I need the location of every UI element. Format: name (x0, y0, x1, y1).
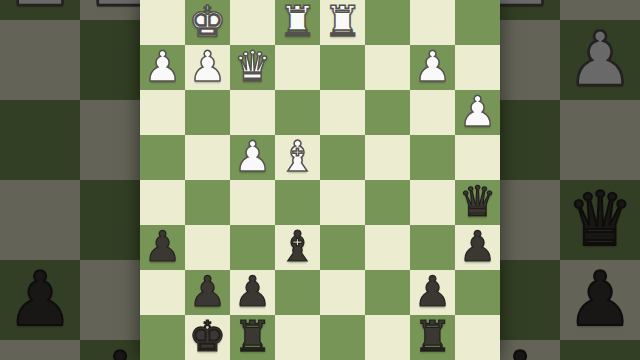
square-c7[interactable] (365, 270, 410, 315)
square-b5[interactable] (410, 180, 455, 225)
square-d3[interactable] (320, 90, 365, 135)
square-g4[interactable] (185, 135, 230, 180)
square-a2[interactable] (455, 45, 500, 90)
square-f3[interactable] (230, 90, 275, 135)
square-h4[interactable] (140, 135, 185, 180)
square-b7[interactable]: ♟ (410, 270, 455, 315)
bg-square-a5: ♛ (560, 180, 640, 260)
square-d8[interactable] (320, 315, 365, 360)
black-pawn-icon[interactable]: ♟ (414, 271, 452, 313)
square-e1[interactable]: ♜ (275, 0, 320, 45)
square-c1[interactable] (365, 0, 410, 45)
square-g7[interactable]: ♟ (185, 270, 230, 315)
square-g3[interactable] (185, 90, 230, 135)
chess-board: ♚♜♜♟♟♛♟♟♟♝♛♟♝♟♟♟♟♚♜♜ (140, 0, 500, 360)
white-pawn-icon[interactable]: ♟ (189, 46, 227, 88)
bg-square-h5 (0, 180, 80, 260)
square-g5[interactable] (185, 180, 230, 225)
square-c6[interactable] (365, 225, 410, 270)
square-e5[interactable] (275, 180, 320, 225)
square-a1[interactable] (455, 0, 500, 45)
square-h6[interactable]: ♟ (140, 225, 185, 270)
bg-white-pawn-icon: ♟ (6, 0, 73, 17)
white-bishop-icon[interactable]: ♝ (279, 136, 317, 178)
white-pawn-icon[interactable]: ♟ (144, 46, 182, 88)
square-g6[interactable] (185, 225, 230, 270)
square-h7[interactable] (140, 270, 185, 315)
bg-square-a7 (560, 340, 640, 360)
black-pawn-icon[interactable]: ♟ (234, 271, 272, 313)
square-h3[interactable] (140, 90, 185, 135)
square-d1[interactable]: ♜ (320, 0, 365, 45)
square-g1[interactable]: ♚ (185, 0, 230, 45)
black-pawn-icon[interactable]: ♟ (144, 226, 182, 268)
black-queen-icon[interactable]: ♛ (459, 181, 497, 223)
square-e4[interactable]: ♝ (275, 135, 320, 180)
bg-square-h2: ♟ (0, 0, 80, 20)
square-f2[interactable]: ♛ (230, 45, 275, 90)
square-c5[interactable] (365, 180, 410, 225)
square-f4[interactable]: ♟ (230, 135, 275, 180)
bg-square-a2 (560, 0, 640, 20)
square-a8[interactable] (455, 315, 500, 360)
white-king-icon[interactable]: ♚ (189, 1, 227, 43)
square-c8[interactable] (365, 315, 410, 360)
white-rook-icon[interactable]: ♜ (279, 1, 317, 43)
square-g8[interactable]: ♚ (185, 315, 230, 360)
square-h2[interactable]: ♟ (140, 45, 185, 90)
square-e8[interactable] (275, 315, 320, 360)
square-a6[interactable]: ♟ (455, 225, 500, 270)
square-b2[interactable]: ♟ (410, 45, 455, 90)
bg-square-h4 (0, 100, 80, 180)
bg-square-h3 (0, 20, 80, 100)
square-f5[interactable] (230, 180, 275, 225)
square-b8[interactable]: ♜ (410, 315, 455, 360)
square-c3[interactable] (365, 90, 410, 135)
square-c2[interactable] (365, 45, 410, 90)
white-pawn-icon[interactable]: ♟ (414, 46, 452, 88)
square-g2[interactable]: ♟ (185, 45, 230, 90)
square-d5[interactable] (320, 180, 365, 225)
square-f8[interactable]: ♜ (230, 315, 275, 360)
square-b1[interactable] (410, 0, 455, 45)
bg-square-a3: ♟ (560, 20, 640, 100)
square-h1[interactable] (140, 0, 185, 45)
bg-square-a4 (560, 100, 640, 180)
black-rook-icon[interactable]: ♜ (414, 316, 452, 358)
square-e2[interactable] (275, 45, 320, 90)
black-pawn-icon[interactable]: ♟ (459, 226, 497, 268)
black-pawn-icon[interactable]: ♟ (189, 271, 227, 313)
square-d4[interactable] (320, 135, 365, 180)
square-b6[interactable] (410, 225, 455, 270)
square-f6[interactable] (230, 225, 275, 270)
video-frame: ♚♜♜♟♟♛♟♟♟♝♛♟♝♟♟♟♟♚♜♜ ♚♜♜♟♟♛♟♟♟♝♛♟♝♟♟♟♟♚♜… (0, 0, 640, 360)
bg-square-h6: ♟ (0, 260, 80, 340)
square-b3[interactable] (410, 90, 455, 135)
square-d2[interactable] (320, 45, 365, 90)
square-e7[interactable] (275, 270, 320, 315)
square-h5[interactable] (140, 180, 185, 225)
square-a7[interactable] (455, 270, 500, 315)
black-king-icon[interactable]: ♚ (189, 316, 227, 358)
black-rook-icon[interactable]: ♜ (234, 316, 272, 358)
square-e3[interactable] (275, 90, 320, 135)
square-d6[interactable] (320, 225, 365, 270)
bg-white-pawn-icon: ♟ (566, 22, 633, 97)
bg-square-a6: ♟ (560, 260, 640, 340)
white-pawn-icon[interactable]: ♟ (234, 136, 272, 178)
square-f7[interactable]: ♟ (230, 270, 275, 315)
black-bishop-icon[interactable]: ♝ (279, 226, 317, 268)
bg-black-queen-icon: ♛ (566, 182, 633, 257)
square-a5[interactable]: ♛ (455, 180, 500, 225)
square-e6[interactable]: ♝ (275, 225, 320, 270)
bg-square-h7 (0, 340, 80, 360)
white-queen-icon[interactable]: ♛ (234, 46, 272, 88)
white-pawn-icon[interactable]: ♟ (459, 91, 497, 133)
bg-black-pawn-icon: ♟ (566, 262, 633, 337)
square-h8[interactable] (140, 315, 185, 360)
square-c4[interactable] (365, 135, 410, 180)
square-a4[interactable] (455, 135, 500, 180)
square-d7[interactable] (320, 270, 365, 315)
square-f1[interactable] (230, 0, 275, 45)
square-a3[interactable]: ♟ (455, 90, 500, 135)
square-b4[interactable] (410, 135, 455, 180)
white-rook-icon[interactable]: ♜ (324, 1, 362, 43)
bg-black-pawn-icon: ♟ (6, 262, 73, 337)
